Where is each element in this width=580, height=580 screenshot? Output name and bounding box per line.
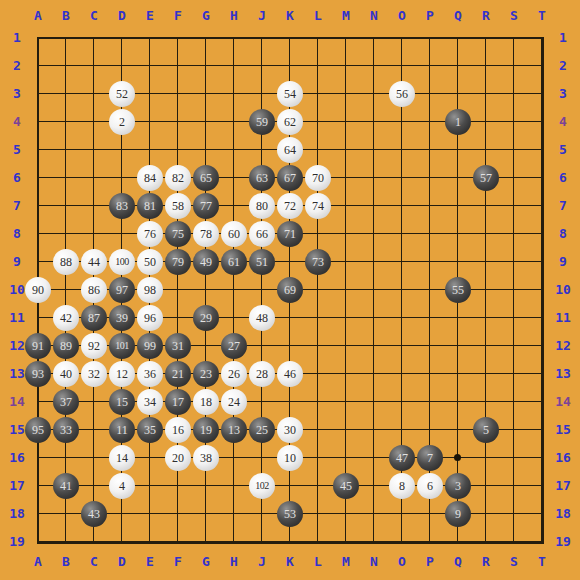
- intersection-F14[interactable]: 17: [164, 388, 192, 416]
- stone-L9[interactable]: 73: [305, 249, 331, 275]
- intersection-C4[interactable]: [80, 108, 108, 136]
- intersection-H7[interactable]: [220, 192, 248, 220]
- intersection-E7[interactable]: 81: [136, 192, 164, 220]
- intersection-D3[interactable]: 52: [108, 80, 136, 108]
- intersection-E14[interactable]: 34: [136, 388, 164, 416]
- intersection-G13[interactable]: 23: [192, 360, 220, 388]
- intersection-B8[interactable]: [52, 220, 80, 248]
- intersection-C15[interactable]: [80, 416, 108, 444]
- stone-A12[interactable]: 91: [25, 333, 51, 359]
- intersection-B10[interactable]: [52, 276, 80, 304]
- intersection-N19[interactable]: [360, 528, 388, 556]
- intersection-B14[interactable]: 37: [52, 388, 80, 416]
- stone-B14[interactable]: 37: [53, 389, 79, 415]
- intersection-G1[interactable]: [192, 24, 220, 52]
- intersection-O19[interactable]: [388, 528, 416, 556]
- intersection-K10[interactable]: 69: [276, 276, 304, 304]
- stone-C10[interactable]: 86: [81, 277, 107, 303]
- stone-K10[interactable]: 69: [277, 277, 303, 303]
- stone-D17[interactable]: 4: [109, 473, 135, 499]
- intersection-M7[interactable]: [332, 192, 360, 220]
- intersection-E16[interactable]: [136, 444, 164, 472]
- intersection-R5[interactable]: [472, 136, 500, 164]
- stone-L7[interactable]: 74: [305, 193, 331, 219]
- intersection-M16[interactable]: [332, 444, 360, 472]
- intersection-C8[interactable]: [80, 220, 108, 248]
- intersection-C1[interactable]: [80, 24, 108, 52]
- intersection-Q14[interactable]: [444, 388, 472, 416]
- intersection-L16[interactable]: [304, 444, 332, 472]
- intersection-K12[interactable]: [276, 332, 304, 360]
- intersection-M2[interactable]: [332, 52, 360, 80]
- intersection-O1[interactable]: [388, 24, 416, 52]
- intersection-P16[interactable]: 7: [416, 444, 444, 472]
- intersection-K4[interactable]: 62: [276, 108, 304, 136]
- intersection-R10[interactable]: [472, 276, 500, 304]
- intersection-N16[interactable]: [360, 444, 388, 472]
- intersection-J10[interactable]: [248, 276, 276, 304]
- intersection-M14[interactable]: [332, 388, 360, 416]
- stone-K13[interactable]: 46: [277, 361, 303, 387]
- intersection-N14[interactable]: [360, 388, 388, 416]
- intersection-P3[interactable]: [416, 80, 444, 108]
- intersection-O15[interactable]: [388, 416, 416, 444]
- intersection-B13[interactable]: 40: [52, 360, 80, 388]
- intersection-L8[interactable]: [304, 220, 332, 248]
- intersection-C12[interactable]: 92: [80, 332, 108, 360]
- intersection-R8[interactable]: [472, 220, 500, 248]
- intersection-S19[interactable]: [500, 528, 528, 556]
- intersection-L11[interactable]: [304, 304, 332, 332]
- intersection-N18[interactable]: [360, 500, 388, 528]
- intersection-R9[interactable]: [472, 248, 500, 276]
- intersection-K2[interactable]: [276, 52, 304, 80]
- intersection-D14[interactable]: 15: [108, 388, 136, 416]
- intersection-D2[interactable]: [108, 52, 136, 80]
- intersection-B11[interactable]: 42: [52, 304, 80, 332]
- intersection-M6[interactable]: [332, 164, 360, 192]
- intersection-S1[interactable]: [500, 24, 528, 52]
- stone-H12[interactable]: 27: [221, 333, 247, 359]
- intersection-N7[interactable]: [360, 192, 388, 220]
- intersection-E18[interactable]: [136, 500, 164, 528]
- intersection-J2[interactable]: [248, 52, 276, 80]
- intersection-E1[interactable]: [136, 24, 164, 52]
- intersection-H8[interactable]: 60: [220, 220, 248, 248]
- intersection-P17[interactable]: 6: [416, 472, 444, 500]
- intersection-C2[interactable]: [80, 52, 108, 80]
- intersection-E3[interactable]: [136, 80, 164, 108]
- stone-B15[interactable]: 33: [53, 417, 79, 443]
- stone-E13[interactable]: 36: [137, 361, 163, 387]
- stone-D4[interactable]: 2: [109, 109, 135, 135]
- intersection-R2[interactable]: [472, 52, 500, 80]
- stone-C11[interactable]: 87: [81, 305, 107, 331]
- intersection-F5[interactable]: [164, 136, 192, 164]
- stone-A10[interactable]: 90: [25, 277, 51, 303]
- intersection-N6[interactable]: [360, 164, 388, 192]
- intersection-G6[interactable]: 65: [192, 164, 220, 192]
- intersection-H6[interactable]: [220, 164, 248, 192]
- intersection-D4[interactable]: 2: [108, 108, 136, 136]
- intersection-P15[interactable]: [416, 416, 444, 444]
- intersection-G14[interactable]: 18: [192, 388, 220, 416]
- intersection-E8[interactable]: 76: [136, 220, 164, 248]
- intersection-C7[interactable]: [80, 192, 108, 220]
- stone-B11[interactable]: 42: [53, 305, 79, 331]
- stone-D13[interactable]: 12: [109, 361, 135, 387]
- intersection-P14[interactable]: [416, 388, 444, 416]
- stone-O17[interactable]: 8: [389, 473, 415, 499]
- intersection-F2[interactable]: [164, 52, 192, 80]
- intersection-E5[interactable]: [136, 136, 164, 164]
- intersection-P5[interactable]: [416, 136, 444, 164]
- intersection-J13[interactable]: 28: [248, 360, 276, 388]
- intersection-G19[interactable]: [192, 528, 220, 556]
- intersection-H2[interactable]: [220, 52, 248, 80]
- stone-D16[interactable]: 14: [109, 445, 135, 471]
- stone-F12[interactable]: 31: [165, 333, 191, 359]
- intersection-O6[interactable]: [388, 164, 416, 192]
- intersection-C13[interactable]: 32: [80, 360, 108, 388]
- intersection-C19[interactable]: [80, 528, 108, 556]
- intersection-J4[interactable]: 59: [248, 108, 276, 136]
- intersection-Q19[interactable]: [444, 528, 472, 556]
- stone-O16[interactable]: 47: [389, 445, 415, 471]
- intersection-O11[interactable]: [388, 304, 416, 332]
- intersection-L6[interactable]: 70: [304, 164, 332, 192]
- intersection-H9[interactable]: 61: [220, 248, 248, 276]
- intersection-A12[interactable]: 91: [24, 332, 52, 360]
- intersection-F6[interactable]: 82: [164, 164, 192, 192]
- intersection-P9[interactable]: [416, 248, 444, 276]
- intersection-L7[interactable]: 74: [304, 192, 332, 220]
- stone-D3[interactable]: 52: [109, 81, 135, 107]
- intersection-D12[interactable]: 101: [108, 332, 136, 360]
- stone-K16[interactable]: 10: [277, 445, 303, 471]
- intersection-K9[interactable]: [276, 248, 304, 276]
- intersection-H19[interactable]: [220, 528, 248, 556]
- intersection-P12[interactable]: [416, 332, 444, 360]
- intersection-R13[interactable]: [472, 360, 500, 388]
- intersection-R11[interactable]: [472, 304, 500, 332]
- intersection-S4[interactable]: [500, 108, 528, 136]
- intersection-O17[interactable]: 8: [388, 472, 416, 500]
- intersection-E13[interactable]: 36: [136, 360, 164, 388]
- intersection-E12[interactable]: 99: [136, 332, 164, 360]
- stone-E8[interactable]: 76: [137, 221, 163, 247]
- intersection-N4[interactable]: [360, 108, 388, 136]
- intersection-Q1[interactable]: [444, 24, 472, 52]
- intersection-Q13[interactable]: [444, 360, 472, 388]
- intersection-E15[interactable]: 35: [136, 416, 164, 444]
- intersection-Q12[interactable]: [444, 332, 472, 360]
- intersection-G16[interactable]: 38: [192, 444, 220, 472]
- intersection-M17[interactable]: 45: [332, 472, 360, 500]
- stone-F15[interactable]: 16: [165, 417, 191, 443]
- intersection-N11[interactable]: [360, 304, 388, 332]
- intersection-Q18[interactable]: 9: [444, 500, 472, 528]
- stone-G13[interactable]: 23: [193, 361, 219, 387]
- intersection-O16[interactable]: 47: [388, 444, 416, 472]
- intersection-R18[interactable]: [472, 500, 500, 528]
- intersection-O8[interactable]: [388, 220, 416, 248]
- intersection-M9[interactable]: [332, 248, 360, 276]
- intersection-L17[interactable]: [304, 472, 332, 500]
- intersection-K7[interactable]: 72: [276, 192, 304, 220]
- intersection-F12[interactable]: 31: [164, 332, 192, 360]
- intersection-Q2[interactable]: [444, 52, 472, 80]
- intersection-S10[interactable]: [500, 276, 528, 304]
- stone-D12[interactable]: 101: [109, 333, 135, 359]
- intersection-E19[interactable]: [136, 528, 164, 556]
- intersection-P19[interactable]: [416, 528, 444, 556]
- stone-B17[interactable]: 41: [53, 473, 79, 499]
- intersection-P2[interactable]: [416, 52, 444, 80]
- intersection-H4[interactable]: [220, 108, 248, 136]
- intersection-R1[interactable]: [472, 24, 500, 52]
- stone-E12[interactable]: 99: [137, 333, 163, 359]
- intersection-K8[interactable]: 71: [276, 220, 304, 248]
- intersection-O2[interactable]: [388, 52, 416, 80]
- intersection-R14[interactable]: [472, 388, 500, 416]
- intersection-S9[interactable]: [500, 248, 528, 276]
- intersection-B15[interactable]: 33: [52, 416, 80, 444]
- intersection-N5[interactable]: [360, 136, 388, 164]
- intersection-P1[interactable]: [416, 24, 444, 52]
- intersection-N8[interactable]: [360, 220, 388, 248]
- intersection-L9[interactable]: 73: [304, 248, 332, 276]
- intersection-L4[interactable]: [304, 108, 332, 136]
- intersection-F13[interactable]: 21: [164, 360, 192, 388]
- intersection-Q11[interactable]: [444, 304, 472, 332]
- intersection-S18[interactable]: [500, 500, 528, 528]
- intersection-B4[interactable]: [52, 108, 80, 136]
- intersection-S3[interactable]: [500, 80, 528, 108]
- intersection-G7[interactable]: 77: [192, 192, 220, 220]
- stone-H8[interactable]: 60: [221, 221, 247, 247]
- intersection-H18[interactable]: [220, 500, 248, 528]
- intersection-K5[interactable]: 64: [276, 136, 304, 164]
- stone-H15[interactable]: 13: [221, 417, 247, 443]
- stone-K3[interactable]: 54: [277, 81, 303, 107]
- intersection-C9[interactable]: 44: [80, 248, 108, 276]
- stone-K15[interactable]: 30: [277, 417, 303, 443]
- intersection-B5[interactable]: [52, 136, 80, 164]
- intersection-F10[interactable]: [164, 276, 192, 304]
- intersection-F1[interactable]: [164, 24, 192, 52]
- intersection-B19[interactable]: [52, 528, 80, 556]
- intersection-F4[interactable]: [164, 108, 192, 136]
- intersection-S14[interactable]: [500, 388, 528, 416]
- intersection-Q9[interactable]: [444, 248, 472, 276]
- intersection-B17[interactable]: 41: [52, 472, 80, 500]
- intersection-B12[interactable]: 89: [52, 332, 80, 360]
- intersection-D13[interactable]: 12: [108, 360, 136, 388]
- intersection-K3[interactable]: 54: [276, 80, 304, 108]
- intersection-N9[interactable]: [360, 248, 388, 276]
- intersection-P7[interactable]: [416, 192, 444, 220]
- intersection-D11[interactable]: 39: [108, 304, 136, 332]
- intersection-S5[interactable]: [500, 136, 528, 164]
- intersection-L2[interactable]: [304, 52, 332, 80]
- stone-E14[interactable]: 34: [137, 389, 163, 415]
- intersection-K18[interactable]: 53: [276, 500, 304, 528]
- intersection-J16[interactable]: [248, 444, 276, 472]
- stone-J7[interactable]: 80: [249, 193, 275, 219]
- stone-E15[interactable]: 35: [137, 417, 163, 443]
- intersection-D17[interactable]: 4: [108, 472, 136, 500]
- intersection-D6[interactable]: [108, 164, 136, 192]
- intersection-F9[interactable]: 79: [164, 248, 192, 276]
- stone-K7[interactable]: 72: [277, 193, 303, 219]
- intersection-D16[interactable]: 14: [108, 444, 136, 472]
- stone-B13[interactable]: 40: [53, 361, 79, 387]
- intersection-H13[interactable]: 26: [220, 360, 248, 388]
- intersection-G2[interactable]: [192, 52, 220, 80]
- intersection-G18[interactable]: [192, 500, 220, 528]
- intersection-L1[interactable]: [304, 24, 332, 52]
- intersection-F15[interactable]: 16: [164, 416, 192, 444]
- intersection-S11[interactable]: [500, 304, 528, 332]
- intersection-O7[interactable]: [388, 192, 416, 220]
- intersection-L3[interactable]: [304, 80, 332, 108]
- intersection-O10[interactable]: [388, 276, 416, 304]
- intersection-O13[interactable]: [388, 360, 416, 388]
- intersection-J5[interactable]: [248, 136, 276, 164]
- stone-F7[interactable]: 58: [165, 193, 191, 219]
- stone-E10[interactable]: 98: [137, 277, 163, 303]
- intersection-J14[interactable]: [248, 388, 276, 416]
- intersection-H5[interactable]: [220, 136, 248, 164]
- stone-D11[interactable]: 39: [109, 305, 135, 331]
- intersection-D7[interactable]: 83: [108, 192, 136, 220]
- intersection-R4[interactable]: [472, 108, 500, 136]
- stone-E9[interactable]: 50: [137, 249, 163, 275]
- intersection-K16[interactable]: 10: [276, 444, 304, 472]
- intersection-N1[interactable]: [360, 24, 388, 52]
- intersection-H16[interactable]: [220, 444, 248, 472]
- stone-F16[interactable]: 20: [165, 445, 191, 471]
- intersection-S16[interactable]: [500, 444, 528, 472]
- intersection-R6[interactable]: 57: [472, 164, 500, 192]
- intersection-C6[interactable]: [80, 164, 108, 192]
- stone-G9[interactable]: 49: [193, 249, 219, 275]
- intersection-L13[interactable]: [304, 360, 332, 388]
- intersection-O3[interactable]: 56: [388, 80, 416, 108]
- intersection-G17[interactable]: [192, 472, 220, 500]
- stone-Q4[interactable]: 1: [445, 109, 471, 135]
- intersection-G5[interactable]: [192, 136, 220, 164]
- intersection-Q7[interactable]: [444, 192, 472, 220]
- intersection-D10[interactable]: 97: [108, 276, 136, 304]
- intersection-B16[interactable]: [52, 444, 80, 472]
- intersection-R12[interactable]: [472, 332, 500, 360]
- intersection-G4[interactable]: [192, 108, 220, 136]
- stone-C12[interactable]: 92: [81, 333, 107, 359]
- intersection-G9[interactable]: 49: [192, 248, 220, 276]
- intersection-B9[interactable]: 88: [52, 248, 80, 276]
- intersection-J19[interactable]: [248, 528, 276, 556]
- stone-Q18[interactable]: 9: [445, 501, 471, 527]
- stone-J6[interactable]: 63: [249, 165, 275, 191]
- stone-F13[interactable]: 21: [165, 361, 191, 387]
- intersection-M10[interactable]: [332, 276, 360, 304]
- intersection-C17[interactable]: [80, 472, 108, 500]
- intersection-M11[interactable]: [332, 304, 360, 332]
- intersection-N10[interactable]: [360, 276, 388, 304]
- intersection-F19[interactable]: [164, 528, 192, 556]
- intersection-G8[interactable]: 78: [192, 220, 220, 248]
- intersection-E2[interactable]: [136, 52, 164, 80]
- intersection-Q3[interactable]: [444, 80, 472, 108]
- intersection-C3[interactable]: [80, 80, 108, 108]
- stone-E6[interactable]: 84: [137, 165, 163, 191]
- intersection-J12[interactable]: [248, 332, 276, 360]
- intersection-S2[interactable]: [500, 52, 528, 80]
- intersection-E6[interactable]: 84: [136, 164, 164, 192]
- intersection-B6[interactable]: [52, 164, 80, 192]
- intersection-J3[interactable]: [248, 80, 276, 108]
- intersection-M12[interactable]: [332, 332, 360, 360]
- stone-J13[interactable]: 28: [249, 361, 275, 387]
- stone-J9[interactable]: 51: [249, 249, 275, 275]
- stone-C13[interactable]: 32: [81, 361, 107, 387]
- stone-D15[interactable]: 11: [109, 417, 135, 443]
- intersection-J18[interactable]: [248, 500, 276, 528]
- intersection-L14[interactable]: [304, 388, 332, 416]
- stone-E11[interactable]: 96: [137, 305, 163, 331]
- intersection-S12[interactable]: [500, 332, 528, 360]
- intersection-P8[interactable]: [416, 220, 444, 248]
- intersection-N2[interactable]: [360, 52, 388, 80]
- intersection-L10[interactable]: [304, 276, 332, 304]
- intersection-G11[interactable]: 29: [192, 304, 220, 332]
- stone-H14[interactable]: 24: [221, 389, 247, 415]
- intersection-Q5[interactable]: [444, 136, 472, 164]
- stone-G8[interactable]: 78: [193, 221, 219, 247]
- intersection-Q10[interactable]: 55: [444, 276, 472, 304]
- intersection-K11[interactable]: [276, 304, 304, 332]
- intersection-A10[interactable]: 90: [24, 276, 52, 304]
- intersection-O5[interactable]: [388, 136, 416, 164]
- intersection-E11[interactable]: 96: [136, 304, 164, 332]
- intersection-J1[interactable]: [248, 24, 276, 52]
- intersection-O4[interactable]: [388, 108, 416, 136]
- intersection-D19[interactable]: [108, 528, 136, 556]
- intersection-B7[interactable]: [52, 192, 80, 220]
- intersection-S6[interactable]: [500, 164, 528, 192]
- intersection-H1[interactable]: [220, 24, 248, 52]
- stone-F14[interactable]: 17: [165, 389, 191, 415]
- intersection-D18[interactable]: [108, 500, 136, 528]
- stone-H9[interactable]: 61: [221, 249, 247, 275]
- stone-J11[interactable]: 48: [249, 305, 275, 331]
- intersection-M13[interactable]: [332, 360, 360, 388]
- stone-F9[interactable]: 79: [165, 249, 191, 275]
- intersection-H15[interactable]: 13: [220, 416, 248, 444]
- intersection-M19[interactable]: [332, 528, 360, 556]
- intersection-K13[interactable]: 46: [276, 360, 304, 388]
- stone-J8[interactable]: 66: [249, 221, 275, 247]
- intersection-C18[interactable]: 43: [80, 500, 108, 528]
- intersection-Q4[interactable]: 1: [444, 108, 472, 136]
- intersection-P13[interactable]: [416, 360, 444, 388]
- intersection-S8[interactable]: [500, 220, 528, 248]
- intersection-D1[interactable]: [108, 24, 136, 52]
- stone-D10[interactable]: 97: [109, 277, 135, 303]
- intersection-F8[interactable]: 75: [164, 220, 192, 248]
